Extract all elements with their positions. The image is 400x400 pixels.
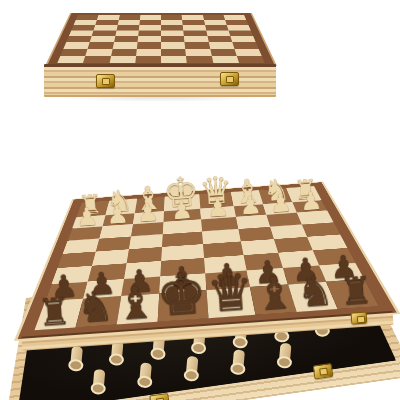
brass-clasp — [220, 72, 239, 86]
closed-box-side — [44, 64, 276, 97]
chess-piece-bR: ♜ — [37, 292, 73, 331]
stored-piece — [139, 362, 152, 383]
lid-square — [161, 49, 186, 56]
closed-box-lid — [42, 4, 280, 66]
board-square-r7c4: ♛ — [206, 287, 255, 318]
board-square-r7c1: ♞ — [75, 296, 121, 327]
board-square-r7c6: ♞ — [288, 282, 338, 312]
stored-piece — [279, 343, 292, 364]
lid-square — [136, 49, 161, 56]
brass-clasp — [351, 312, 368, 325]
lid-square — [83, 56, 110, 63]
board-square-r5c4 — [204, 255, 247, 273]
chess-piece-wN: ♞ — [262, 175, 290, 206]
lid-square — [135, 56, 161, 63]
stored-piece — [232, 349, 245, 370]
board-square-r6c3: ♟ — [159, 273, 206, 293]
board-square-r7c3: ♚ — [157, 290, 208, 322]
lid-square — [210, 49, 237, 56]
lid-square — [186, 56, 213, 63]
board-square-r7c0: ♜ — [34, 299, 83, 331]
chess-piece-bR: ♜ — [338, 271, 374, 310]
brass-clasp — [96, 74, 115, 88]
lid-square — [211, 56, 238, 63]
board-square-r6c2: ♟ — [121, 276, 160, 296]
closed-chess-box — [40, 4, 284, 100]
lid-square — [161, 56, 187, 63]
stored-piece — [186, 356, 199, 377]
chess-piece-wB: ♝ — [133, 181, 164, 215]
stored-piece — [93, 369, 106, 390]
closed-box-lid-grid — [45, 13, 277, 66]
chess-piece-wR: ♜ — [293, 176, 319, 204]
lid-square — [57, 56, 85, 63]
chess-piece-wN: ♞ — [105, 186, 133, 217]
stored-piece — [70, 345, 83, 366]
lid-square — [111, 49, 137, 56]
board-square-r6c5: ♟ — [247, 268, 288, 287]
board-square-r5c0 — [52, 266, 92, 284]
board-square-r5c3 — [160, 258, 205, 276]
lid-square — [185, 49, 211, 56]
chess-piece-wK: ♚ — [161, 171, 200, 214]
chess-piece-wR: ♜ — [78, 191, 104, 219]
lid-square — [234, 49, 261, 56]
lid-square — [86, 49, 113, 56]
lid-square — [236, 56, 264, 63]
board-square-r6c1: ♟ — [83, 279, 124, 299]
lid-square — [60, 49, 87, 56]
board-square-r7c2: ♝ — [116, 293, 159, 324]
product-photo-chess-set: ♜♞♝♚♛♝♞♜♟♟♟♟♟♟♟♟♟♟♟♟♟♟♟♟♜♞♝♚♛♝♞♜ — [0, 0, 400, 400]
lid-square — [109, 56, 136, 63]
chess-piece-wQ: ♛ — [198, 171, 234, 211]
chess-board-assembly: ♜♞♝♚♛♝♞♜♟♟♟♟♟♟♟♟♟♟♟♟♟♟♟♟♜♞♝♚♛♝♞♜ — [3, 99, 398, 349]
